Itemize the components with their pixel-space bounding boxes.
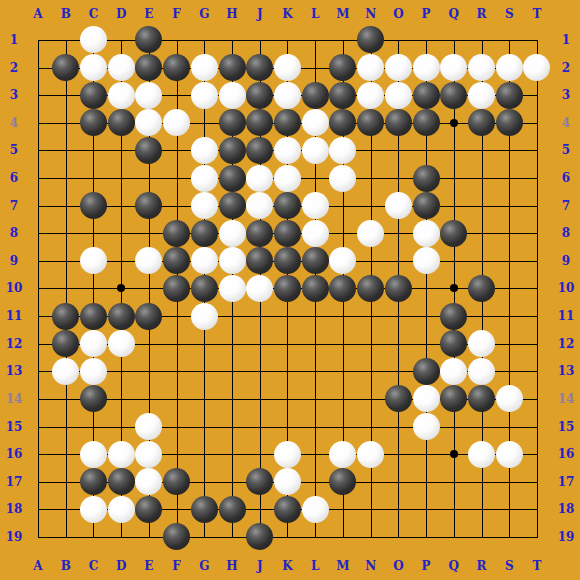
intersection-Q19[interactable] [440, 523, 468, 551]
intersection-F12[interactable] [163, 330, 191, 358]
intersection-H15[interactable] [218, 413, 246, 441]
intersection-R1[interactable] [468, 26, 496, 54]
intersection-P3[interactable] [412, 81, 440, 109]
intersection-O7[interactable] [385, 192, 413, 220]
intersection-E3[interactable] [135, 81, 163, 109]
intersection-J8[interactable] [246, 219, 274, 247]
intersection-J16[interactable] [246, 440, 274, 468]
intersection-A13[interactable] [24, 358, 52, 386]
intersection-R18[interactable] [468, 496, 496, 524]
intersection-C13[interactable] [80, 358, 108, 386]
intersection-B11[interactable] [52, 302, 80, 330]
intersection-H6[interactable] [218, 164, 246, 192]
intersection-M17[interactable] [329, 468, 357, 496]
intersection-C3[interactable] [80, 81, 108, 109]
intersection-P8[interactable] [412, 219, 440, 247]
intersection-A11[interactable] [24, 302, 52, 330]
intersection-J6[interactable] [246, 164, 274, 192]
intersection-M9[interactable] [329, 247, 357, 275]
intersection-Q3[interactable] [440, 81, 468, 109]
intersection-L9[interactable] [301, 247, 329, 275]
intersection-D7[interactable] [107, 192, 135, 220]
intersection-L3[interactable] [301, 81, 329, 109]
intersection-L18[interactable] [301, 496, 329, 524]
intersection-C2[interactable] [80, 54, 108, 82]
intersection-G14[interactable] [191, 385, 219, 413]
intersection-L2[interactable] [301, 54, 329, 82]
intersection-G13[interactable] [191, 358, 219, 386]
intersection-D17[interactable] [107, 468, 135, 496]
intersection-R15[interactable] [468, 413, 496, 441]
intersection-R8[interactable] [468, 219, 496, 247]
intersection-P2[interactable] [412, 54, 440, 82]
intersection-C7[interactable] [80, 192, 108, 220]
intersection-N11[interactable] [357, 302, 385, 330]
intersection-N16[interactable] [357, 440, 385, 468]
intersection-L1[interactable] [301, 26, 329, 54]
intersection-N10[interactable] [357, 275, 385, 303]
intersection-D12[interactable] [107, 330, 135, 358]
intersection-P7[interactable] [412, 192, 440, 220]
intersection-O12[interactable] [385, 330, 413, 358]
intersection-S15[interactable] [495, 413, 523, 441]
intersection-M8[interactable] [329, 219, 357, 247]
intersection-T19[interactable] [523, 523, 551, 551]
intersection-K5[interactable] [274, 137, 302, 165]
intersection-F6[interactable] [163, 164, 191, 192]
intersection-F19[interactable] [163, 523, 191, 551]
intersection-F9[interactable] [163, 247, 191, 275]
intersection-T5[interactable] [523, 137, 551, 165]
intersection-S19[interactable] [495, 523, 523, 551]
intersection-L10[interactable] [301, 275, 329, 303]
intersection-H19[interactable] [218, 523, 246, 551]
intersection-R10[interactable] [468, 275, 496, 303]
intersection-S12[interactable] [495, 330, 523, 358]
intersection-S4[interactable] [495, 109, 523, 137]
intersection-D10[interactable] [107, 275, 135, 303]
intersection-D2[interactable] [107, 54, 135, 82]
intersection-O14[interactable] [385, 385, 413, 413]
intersection-M18[interactable] [329, 496, 357, 524]
intersection-A10[interactable] [24, 275, 52, 303]
intersection-B7[interactable] [52, 192, 80, 220]
intersection-T15[interactable] [523, 413, 551, 441]
intersection-J11[interactable] [246, 302, 274, 330]
intersection-G6[interactable] [191, 164, 219, 192]
intersection-T4[interactable] [523, 109, 551, 137]
intersection-K19[interactable] [274, 523, 302, 551]
intersection-J1[interactable] [246, 26, 274, 54]
intersection-N4[interactable] [357, 109, 385, 137]
intersection-Q8[interactable] [440, 219, 468, 247]
intersection-E15[interactable] [135, 413, 163, 441]
intersection-J13[interactable] [246, 358, 274, 386]
intersection-N15[interactable] [357, 413, 385, 441]
intersection-F11[interactable] [163, 302, 191, 330]
intersection-F3[interactable] [163, 81, 191, 109]
intersection-O2[interactable] [385, 54, 413, 82]
intersection-O16[interactable] [385, 440, 413, 468]
intersection-S7[interactable] [495, 192, 523, 220]
intersection-E11[interactable] [135, 302, 163, 330]
intersection-P15[interactable] [412, 413, 440, 441]
intersection-G18[interactable] [191, 496, 219, 524]
intersection-Q16[interactable] [440, 440, 468, 468]
intersection-J3[interactable] [246, 81, 274, 109]
intersection-A16[interactable] [24, 440, 52, 468]
intersection-S14[interactable] [495, 385, 523, 413]
intersection-M6[interactable] [329, 164, 357, 192]
intersection-R5[interactable] [468, 137, 496, 165]
intersection-C17[interactable] [80, 468, 108, 496]
intersection-G15[interactable] [191, 413, 219, 441]
intersection-E8[interactable] [135, 219, 163, 247]
intersection-C6[interactable] [80, 164, 108, 192]
intersection-E12[interactable] [135, 330, 163, 358]
intersection-B4[interactable] [52, 109, 80, 137]
intersection-S10[interactable] [495, 275, 523, 303]
intersection-Q12[interactable] [440, 330, 468, 358]
intersection-G5[interactable] [191, 137, 219, 165]
intersection-O10[interactable] [385, 275, 413, 303]
intersection-S2[interactable] [495, 54, 523, 82]
intersection-T7[interactable] [523, 192, 551, 220]
intersection-M7[interactable] [329, 192, 357, 220]
intersection-P17[interactable] [412, 468, 440, 496]
intersection-Q11[interactable] [440, 302, 468, 330]
intersection-Q6[interactable] [440, 164, 468, 192]
intersection-C19[interactable] [80, 523, 108, 551]
intersection-Q1[interactable] [440, 26, 468, 54]
intersection-Q15[interactable] [440, 413, 468, 441]
intersection-S3[interactable] [495, 81, 523, 109]
intersection-T12[interactable] [523, 330, 551, 358]
intersection-H16[interactable] [218, 440, 246, 468]
intersection-L6[interactable] [301, 164, 329, 192]
intersection-T8[interactable] [523, 219, 551, 247]
intersection-K9[interactable] [274, 247, 302, 275]
intersection-N6[interactable] [357, 164, 385, 192]
intersection-B16[interactable] [52, 440, 80, 468]
intersection-L11[interactable] [301, 302, 329, 330]
intersection-H4[interactable] [218, 109, 246, 137]
intersection-M10[interactable] [329, 275, 357, 303]
intersection-F13[interactable] [163, 358, 191, 386]
intersection-N9[interactable] [357, 247, 385, 275]
intersection-F10[interactable] [163, 275, 191, 303]
intersection-F18[interactable] [163, 496, 191, 524]
intersection-O5[interactable] [385, 137, 413, 165]
intersection-D13[interactable] [107, 358, 135, 386]
intersection-Q10[interactable] [440, 275, 468, 303]
intersection-M12[interactable] [329, 330, 357, 358]
intersection-K6[interactable] [274, 164, 302, 192]
intersection-C15[interactable] [80, 413, 108, 441]
intersection-R19[interactable] [468, 523, 496, 551]
intersection-M4[interactable] [329, 109, 357, 137]
intersection-G16[interactable] [191, 440, 219, 468]
intersection-C1[interactable] [80, 26, 108, 54]
intersection-J10[interactable] [246, 275, 274, 303]
intersection-F5[interactable] [163, 137, 191, 165]
intersection-E4[interactable] [135, 109, 163, 137]
intersection-H8[interactable] [218, 219, 246, 247]
intersection-A5[interactable] [24, 137, 52, 165]
intersection-D1[interactable] [107, 26, 135, 54]
intersection-G12[interactable] [191, 330, 219, 358]
intersection-M15[interactable] [329, 413, 357, 441]
intersection-S18[interactable] [495, 496, 523, 524]
intersection-G7[interactable] [191, 192, 219, 220]
intersection-T17[interactable] [523, 468, 551, 496]
intersection-B10[interactable] [52, 275, 80, 303]
intersection-L13[interactable] [301, 358, 329, 386]
intersection-O11[interactable] [385, 302, 413, 330]
intersection-F4[interactable] [163, 109, 191, 137]
intersection-A8[interactable] [24, 219, 52, 247]
intersection-S13[interactable] [495, 358, 523, 386]
intersection-B18[interactable] [52, 496, 80, 524]
intersection-T14[interactable] [523, 385, 551, 413]
intersection-H9[interactable] [218, 247, 246, 275]
intersection-O13[interactable] [385, 358, 413, 386]
intersection-H10[interactable] [218, 275, 246, 303]
intersection-N1[interactable] [357, 26, 385, 54]
intersection-N13[interactable] [357, 358, 385, 386]
intersection-C10[interactable] [80, 275, 108, 303]
intersection-A6[interactable] [24, 164, 52, 192]
intersection-B1[interactable] [52, 26, 80, 54]
intersection-H3[interactable] [218, 81, 246, 109]
intersection-O15[interactable] [385, 413, 413, 441]
intersection-Q17[interactable] [440, 468, 468, 496]
intersection-M1[interactable] [329, 26, 357, 54]
intersection-A14[interactable] [24, 385, 52, 413]
intersection-D8[interactable] [107, 219, 135, 247]
intersection-K12[interactable] [274, 330, 302, 358]
intersection-E7[interactable] [135, 192, 163, 220]
intersection-C18[interactable] [80, 496, 108, 524]
intersection-H17[interactable] [218, 468, 246, 496]
intersection-D11[interactable] [107, 302, 135, 330]
intersection-Q13[interactable] [440, 358, 468, 386]
intersection-K8[interactable] [274, 219, 302, 247]
intersection-L14[interactable] [301, 385, 329, 413]
intersection-T9[interactable] [523, 247, 551, 275]
intersection-E16[interactable] [135, 440, 163, 468]
intersection-T16[interactable] [523, 440, 551, 468]
intersection-J2[interactable] [246, 54, 274, 82]
intersection-K10[interactable] [274, 275, 302, 303]
intersection-C14[interactable] [80, 385, 108, 413]
intersection-K16[interactable] [274, 440, 302, 468]
intersection-R14[interactable] [468, 385, 496, 413]
intersection-H1[interactable] [218, 26, 246, 54]
intersection-K17[interactable] [274, 468, 302, 496]
intersection-A19[interactable] [24, 523, 52, 551]
intersection-L19[interactable] [301, 523, 329, 551]
intersection-B2[interactable] [52, 54, 80, 82]
intersection-N19[interactable] [357, 523, 385, 551]
intersection-K2[interactable] [274, 54, 302, 82]
intersection-D9[interactable] [107, 247, 135, 275]
intersection-B12[interactable] [52, 330, 80, 358]
intersection-S1[interactable] [495, 26, 523, 54]
intersection-E9[interactable] [135, 247, 163, 275]
intersection-B15[interactable] [52, 413, 80, 441]
intersection-A12[interactable] [24, 330, 52, 358]
intersection-A17[interactable] [24, 468, 52, 496]
intersection-J14[interactable] [246, 385, 274, 413]
intersection-B17[interactable] [52, 468, 80, 496]
intersection-J17[interactable] [246, 468, 274, 496]
intersection-T18[interactable] [523, 496, 551, 524]
intersection-E10[interactable] [135, 275, 163, 303]
intersection-M5[interactable] [329, 137, 357, 165]
intersection-L4[interactable] [301, 109, 329, 137]
intersection-H14[interactable] [218, 385, 246, 413]
intersection-K3[interactable] [274, 81, 302, 109]
intersection-J18[interactable] [246, 496, 274, 524]
intersection-M3[interactable] [329, 81, 357, 109]
intersection-P10[interactable] [412, 275, 440, 303]
intersection-L5[interactable] [301, 137, 329, 165]
intersection-R4[interactable] [468, 109, 496, 137]
intersection-C9[interactable] [80, 247, 108, 275]
intersection-O1[interactable] [385, 26, 413, 54]
intersection-B19[interactable] [52, 523, 80, 551]
intersection-O8[interactable] [385, 219, 413, 247]
intersection-N17[interactable] [357, 468, 385, 496]
intersection-J4[interactable] [246, 109, 274, 137]
intersection-G10[interactable] [191, 275, 219, 303]
intersection-M2[interactable] [329, 54, 357, 82]
intersection-B3[interactable] [52, 81, 80, 109]
intersection-H5[interactable] [218, 137, 246, 165]
intersection-G9[interactable] [191, 247, 219, 275]
intersection-F8[interactable] [163, 219, 191, 247]
intersection-P11[interactable] [412, 302, 440, 330]
intersection-A7[interactable] [24, 192, 52, 220]
intersection-K18[interactable] [274, 496, 302, 524]
intersection-J9[interactable] [246, 247, 274, 275]
intersection-D5[interactable] [107, 137, 135, 165]
intersection-K13[interactable] [274, 358, 302, 386]
intersection-C11[interactable] [80, 302, 108, 330]
intersection-N3[interactable] [357, 81, 385, 109]
intersection-N8[interactable] [357, 219, 385, 247]
intersection-D18[interactable] [107, 496, 135, 524]
intersection-P14[interactable] [412, 385, 440, 413]
intersection-H11[interactable] [218, 302, 246, 330]
intersection-Q4[interactable] [440, 109, 468, 137]
intersection-P18[interactable] [412, 496, 440, 524]
intersection-F17[interactable] [163, 468, 191, 496]
intersection-Q18[interactable] [440, 496, 468, 524]
intersection-G19[interactable] [191, 523, 219, 551]
intersection-R7[interactable] [468, 192, 496, 220]
intersection-T13[interactable] [523, 358, 551, 386]
intersection-C8[interactable] [80, 219, 108, 247]
intersection-P19[interactable] [412, 523, 440, 551]
intersection-Q14[interactable] [440, 385, 468, 413]
intersection-B5[interactable] [52, 137, 80, 165]
intersection-B9[interactable] [52, 247, 80, 275]
intersection-J12[interactable] [246, 330, 274, 358]
intersection-H2[interactable] [218, 54, 246, 82]
intersection-N18[interactable] [357, 496, 385, 524]
intersection-O9[interactable] [385, 247, 413, 275]
intersection-M16[interactable] [329, 440, 357, 468]
intersection-L15[interactable] [301, 413, 329, 441]
intersection-T3[interactable] [523, 81, 551, 109]
intersection-E14[interactable] [135, 385, 163, 413]
intersection-R11[interactable] [468, 302, 496, 330]
intersection-D19[interactable] [107, 523, 135, 551]
intersection-R13[interactable] [468, 358, 496, 386]
intersection-H18[interactable] [218, 496, 246, 524]
intersection-Q5[interactable] [440, 137, 468, 165]
intersection-A3[interactable] [24, 81, 52, 109]
intersection-P16[interactable] [412, 440, 440, 468]
intersection-M14[interactable] [329, 385, 357, 413]
intersection-F15[interactable] [163, 413, 191, 441]
intersection-G3[interactable] [191, 81, 219, 109]
intersection-H7[interactable] [218, 192, 246, 220]
intersection-P13[interactable] [412, 358, 440, 386]
intersection-T10[interactable] [523, 275, 551, 303]
intersection-G8[interactable] [191, 219, 219, 247]
intersection-S6[interactable] [495, 164, 523, 192]
intersection-O6[interactable] [385, 164, 413, 192]
intersection-Q7[interactable] [440, 192, 468, 220]
intersection-R2[interactable] [468, 54, 496, 82]
intersection-E6[interactable] [135, 164, 163, 192]
intersection-T2[interactable] [523, 54, 551, 82]
intersection-E18[interactable] [135, 496, 163, 524]
intersection-G17[interactable] [191, 468, 219, 496]
intersection-L7[interactable] [301, 192, 329, 220]
intersection-P1[interactable] [412, 26, 440, 54]
intersection-A9[interactable] [24, 247, 52, 275]
intersection-E5[interactable] [135, 137, 163, 165]
intersection-K4[interactable] [274, 109, 302, 137]
intersection-B14[interactable] [52, 385, 80, 413]
intersection-E13[interactable] [135, 358, 163, 386]
intersection-D15[interactable] [107, 413, 135, 441]
intersection-E1[interactable] [135, 26, 163, 54]
intersection-P9[interactable] [412, 247, 440, 275]
intersection-L17[interactable] [301, 468, 329, 496]
intersection-G2[interactable] [191, 54, 219, 82]
intersection-S5[interactable] [495, 137, 523, 165]
intersection-D4[interactable] [107, 109, 135, 137]
intersection-N14[interactable] [357, 385, 385, 413]
intersection-H13[interactable] [218, 358, 246, 386]
intersection-F1[interactable] [163, 26, 191, 54]
intersection-O3[interactable] [385, 81, 413, 109]
intersection-O18[interactable] [385, 496, 413, 524]
intersection-A4[interactable] [24, 109, 52, 137]
intersection-R6[interactable] [468, 164, 496, 192]
intersection-B13[interactable] [52, 358, 80, 386]
intersection-S17[interactable] [495, 468, 523, 496]
intersection-F2[interactable] [163, 54, 191, 82]
intersection-J19[interactable] [246, 523, 274, 551]
intersection-P4[interactable] [412, 109, 440, 137]
intersection-A18[interactable] [24, 496, 52, 524]
